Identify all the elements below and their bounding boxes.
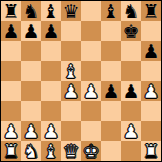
square-e8[interactable] — [81, 1, 101, 21]
piece-white-bishop[interactable]: ♝ — [42, 141, 59, 161]
piece-white-pawn[interactable]: ♟ — [2, 121, 19, 141]
square-d4[interactable]: ♟ — [61, 81, 81, 101]
square-g6[interactable] — [121, 41, 141, 61]
square-f5[interactable] — [101, 61, 121, 81]
square-e1[interactable]: ♚ — [81, 141, 101, 161]
square-h8[interactable]: ♜ — [141, 1, 161, 21]
square-b2[interactable]: ♟ — [21, 121, 41, 141]
square-d1[interactable]: ♛ — [61, 141, 81, 161]
square-g4[interactable]: ♟ — [121, 81, 141, 101]
square-h6[interactable]: ♟ — [141, 41, 161, 61]
square-f8[interactable]: ♝ — [101, 1, 121, 21]
square-b7[interactable]: ♟ — [21, 21, 41, 41]
square-a8[interactable]: ♜ — [1, 1, 21, 21]
square-a6[interactable] — [1, 41, 21, 61]
piece-white-rook[interactable]: ♜ — [2, 141, 19, 161]
square-d7[interactable] — [61, 21, 81, 41]
square-a3[interactable] — [1, 101, 21, 121]
square-a4[interactable] — [1, 81, 21, 101]
piece-white-pawn[interactable]: ♟ — [82, 81, 99, 101]
square-f6[interactable] — [101, 41, 121, 61]
square-h2[interactable] — [141, 121, 161, 141]
square-e7[interactable] — [81, 21, 101, 41]
square-b3[interactable] — [21, 101, 41, 121]
square-f1[interactable] — [101, 141, 121, 161]
piece-black-knight[interactable]: ♞ — [22, 1, 39, 21]
piece-white-pawn[interactable]: ♟ — [42, 121, 59, 141]
square-c2[interactable]: ♟ — [41, 121, 61, 141]
square-g1[interactable] — [121, 141, 141, 161]
piece-black-queen[interactable]: ♛ — [62, 1, 79, 21]
piece-black-bishop[interactable]: ♝ — [102, 1, 119, 21]
square-f4[interactable]: ♟ — [101, 81, 121, 101]
square-d5[interactable]: ♝ — [61, 61, 81, 81]
square-g8[interactable]: ♞ — [121, 1, 141, 21]
square-f7[interactable] — [101, 21, 121, 41]
piece-black-pawn[interactable]: ♟ — [22, 21, 39, 41]
square-a2[interactable]: ♟ — [1, 121, 21, 141]
piece-white-knight[interactable]: ♞ — [22, 141, 39, 161]
square-c4[interactable] — [41, 81, 61, 101]
piece-white-bishop[interactable]: ♝ — [62, 61, 79, 81]
piece-white-pawn[interactable]: ♟ — [22, 121, 39, 141]
piece-black-pawn[interactable]: ♟ — [42, 21, 59, 41]
square-d8[interactable]: ♛ — [61, 1, 81, 21]
square-d2[interactable] — [61, 121, 81, 141]
square-g2[interactable]: ♟ — [121, 121, 141, 141]
square-h3[interactable] — [141, 101, 161, 121]
square-c8[interactable]: ♝ — [41, 1, 61, 21]
square-e3[interactable] — [81, 101, 101, 121]
square-a1[interactable]: ♜ — [1, 141, 21, 161]
square-e6[interactable] — [81, 41, 101, 61]
square-a7[interactable]: ♟ — [1, 21, 21, 41]
piece-black-rook[interactable]: ♜ — [142, 1, 159, 21]
piece-black-bishop[interactable]: ♝ — [42, 1, 59, 21]
square-b5[interactable] — [21, 61, 41, 81]
square-e5[interactable] — [81, 61, 101, 81]
square-d3[interactable] — [61, 101, 81, 121]
piece-black-pawn[interactable]: ♟ — [2, 21, 19, 41]
square-a5[interactable] — [1, 61, 21, 81]
piece-black-pawn[interactable]: ♟ — [122, 81, 139, 101]
square-f2[interactable] — [101, 121, 121, 141]
piece-white-king[interactable]: ♚ — [82, 141, 99, 161]
square-e2[interactable] — [81, 121, 101, 141]
square-e4[interactable]: ♟ — [81, 81, 101, 101]
piece-black-knight[interactable]: ♞ — [122, 1, 139, 21]
square-c1[interactable]: ♝ — [41, 141, 61, 161]
chess-board: ♜♞♝♛♝♞♜♟♟♟♚♟♝♟♟♟♟♟♟♟♟♟♜♞♝♛♚♜ — [0, 0, 162, 162]
square-c3[interactable] — [41, 101, 61, 121]
square-f3[interactable] — [101, 101, 121, 121]
square-b6[interactable] — [21, 41, 41, 61]
square-g5[interactable] — [121, 61, 141, 81]
piece-white-rook[interactable]: ♜ — [142, 141, 159, 161]
piece-black-pawn[interactable]: ♟ — [142, 41, 159, 61]
piece-black-king[interactable]: ♚ — [122, 21, 139, 41]
piece-white-pawn[interactable]: ♟ — [142, 81, 159, 101]
square-b8[interactable]: ♞ — [21, 1, 41, 21]
square-c6[interactable] — [41, 41, 61, 61]
square-g7[interactable]: ♚ — [121, 21, 141, 41]
square-g3[interactable] — [121, 101, 141, 121]
square-c7[interactable]: ♟ — [41, 21, 61, 41]
piece-black-pawn[interactable]: ♟ — [102, 81, 119, 101]
square-h7[interactable] — [141, 21, 161, 41]
square-b4[interactable] — [21, 81, 41, 101]
square-h1[interactable]: ♜ — [141, 141, 161, 161]
piece-white-queen[interactable]: ♛ — [62, 141, 79, 161]
piece-black-rook[interactable]: ♜ — [2, 1, 19, 21]
square-h5[interactable] — [141, 61, 161, 81]
square-b1[interactable]: ♞ — [21, 141, 41, 161]
square-d6[interactable] — [61, 41, 81, 61]
piece-white-pawn[interactable]: ♟ — [62, 81, 79, 101]
square-h4[interactable]: ♟ — [141, 81, 161, 101]
piece-white-pawn[interactable]: ♟ — [122, 121, 139, 141]
square-c5[interactable] — [41, 61, 61, 81]
